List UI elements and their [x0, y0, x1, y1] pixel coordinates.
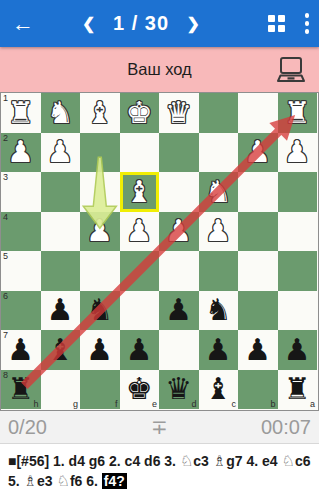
square-e1[interactable]: ♚ — [120, 93, 160, 133]
square-h7[interactable]: 7♟ — [1, 330, 41, 370]
square-c7[interactable]: ♟ — [199, 330, 239, 370]
square-d6[interactable]: ♟ — [159, 291, 199, 331]
square-b1[interactable] — [238, 93, 278, 133]
top-bar-actions — [268, 0, 310, 47]
square-a5[interactable] — [278, 251, 318, 291]
square-e7[interactable]: ♟ — [120, 330, 160, 370]
square-h2[interactable]: 2♟ — [1, 133, 41, 173]
square-f6[interactable]: ♞ — [80, 291, 120, 331]
square-h1[interactable]: 1♜ — [1, 93, 41, 133]
piece-bR-h8[interactable]: ♜ — [7, 374, 34, 404]
square-h5[interactable]: 5 — [1, 251, 41, 291]
square-h8[interactable]: 8h♜ — [1, 370, 41, 410]
move-notation[interactable]: ■[#56] 1. d4 g6 2. c4 d6 3. ♘c3 ♗g7 4. e… — [0, 444, 319, 500]
current-move[interactable]: f4? — [102, 473, 127, 489]
top-bar: ← ❮ 1 / 30 ❯ — [0, 0, 319, 47]
file-label-g: g — [73, 399, 78, 409]
square-d5[interactable] — [159, 251, 199, 291]
square-c5[interactable] — [199, 251, 239, 291]
file-label-e: e — [152, 399, 157, 409]
square-e8[interactable]: e♚ — [120, 370, 160, 410]
figurine: ♗ — [24, 472, 37, 490]
move-text: g7 4. e4 — [226, 453, 281, 469]
square-g2[interactable]: ♟ — [41, 133, 81, 173]
piece-wP-g2[interactable]: ♟ — [47, 137, 74, 167]
square-d7[interactable] — [159, 330, 199, 370]
square-a7[interactable]: ♟ — [278, 330, 318, 370]
square-f7[interactable]: ♟ — [80, 330, 120, 370]
piece-wP-b2[interactable]: ♟ — [244, 137, 271, 167]
status-bar: 0/20 ∓ 00:07 — [0, 411, 319, 444]
rank-label-5: 5 — [3, 251, 8, 261]
square-d1[interactable]: ♛ — [159, 93, 199, 133]
piece-wP-e4[interactable]: ♟ — [126, 216, 153, 246]
square-h4[interactable]: 4 — [1, 212, 41, 252]
score-text: 0/20 — [8, 416, 151, 439]
square-b4[interactable] — [238, 212, 278, 252]
square-f5[interactable] — [80, 251, 120, 291]
square-g4[interactable] — [41, 212, 81, 252]
move-text: f6 6. — [70, 473, 102, 489]
piece-bP-b7[interactable]: ♟ — [244, 335, 271, 365]
rank-label-8: 8 — [3, 370, 8, 380]
piece-bK-e8[interactable]: ♚ — [126, 374, 153, 404]
piece-wN-g1[interactable]: ♞ — [47, 98, 74, 128]
evaluation-symbol: ∓ — [151, 415, 168, 439]
move-text: e3 — [37, 473, 56, 489]
square-d8[interactable]: d♛ — [159, 370, 199, 410]
square-f8[interactable]: f — [80, 370, 120, 410]
timer-text: 00:07 — [168, 416, 311, 439]
square-c4[interactable]: ♟ — [199, 212, 239, 252]
piece-bN-c6[interactable]: ♞ — [205, 295, 232, 325]
square-a4[interactable] — [278, 212, 318, 252]
piece-wP-a2[interactable]: ♟ — [284, 137, 311, 167]
square-h3[interactable]: 3 — [1, 172, 41, 212]
piece-wP-c4[interactable]: ♟ — [205, 216, 232, 246]
figurine: ♘ — [57, 472, 70, 490]
square-a2[interactable]: ♟ — [278, 133, 318, 173]
file-label-f: f — [115, 399, 118, 409]
square-b3[interactable] — [238, 172, 278, 212]
piece-bP-e7[interactable]: ♟ — [126, 335, 153, 365]
figurine: ♘ — [282, 452, 295, 470]
square-a3[interactable] — [278, 172, 318, 212]
piece-bQ-d8[interactable]: ♛ — [165, 374, 192, 404]
piece-wR-a1[interactable]: ♜ — [284, 98, 311, 128]
square-c2[interactable] — [199, 133, 239, 173]
piece-bB-c8[interactable]: ♝ — [205, 374, 232, 404]
turn-bar: Ваш ход — [0, 47, 319, 92]
figurine: ♘ — [180, 452, 193, 470]
square-c3[interactable]: ♞ — [199, 172, 239, 212]
square-d3[interactable] — [159, 172, 199, 212]
piece-bP-f7[interactable]: ♟ — [86, 335, 113, 365]
piece-wP-h2[interactable]: ♟ — [7, 137, 34, 167]
square-b5[interactable] — [238, 251, 278, 291]
piece-wP-d4[interactable]: ♟ — [165, 216, 192, 246]
square-e3[interactable]: ♝ — [120, 172, 160, 212]
piece-bR-a8[interactable]: ♜ — [284, 374, 311, 404]
file-label-c: c — [232, 399, 237, 409]
square-f3[interactable] — [80, 172, 120, 212]
square-g5[interactable] — [41, 251, 81, 291]
piece-wR-h1[interactable]: ♜ — [7, 98, 34, 128]
figurine: ♗ — [213, 452, 226, 470]
square-a1[interactable]: ♜ — [278, 93, 318, 133]
square-a6[interactable] — [278, 291, 318, 331]
piece-bP-a7[interactable]: ♟ — [284, 335, 311, 365]
rank-label-3: 3 — [3, 172, 8, 182]
file-label-b: b — [270, 399, 275, 409]
piece-bP-g6[interactable]: ♟ — [47, 295, 74, 325]
puzzle-navigator: ❮ 1 / 30 ❯ — [82, 0, 200, 47]
square-c8[interactable]: c♝ — [199, 370, 239, 410]
square-e4[interactable]: ♟ — [120, 212, 160, 252]
piece-bP-d6[interactable]: ♟ — [165, 295, 192, 325]
square-b7[interactable]: ♟ — [238, 330, 278, 370]
overflow-menu-icon[interactable] — [305, 13, 310, 34]
piece-wK-e1[interactable]: ♚ — [126, 98, 153, 128]
rank-label-2: 2 — [3, 133, 8, 143]
square-b6[interactable] — [238, 291, 278, 331]
square-c1[interactable] — [199, 93, 239, 133]
turn-label: Ваш ход — [127, 60, 192, 79]
piece-wB-f1[interactable]: ♝ — [86, 98, 113, 128]
square-e2[interactable] — [120, 133, 160, 173]
move-text: ■[#56] 1. d4 g6 2. c4 d6 3. — [8, 453, 180, 469]
rank-label-7: 7 — [3, 330, 8, 340]
square-b2[interactable]: ♟ — [238, 133, 278, 173]
square-h6[interactable]: 6 — [1, 291, 41, 331]
square-g7[interactable]: ♝ — [41, 330, 81, 370]
piece-bB-g7[interactable]: ♝ — [47, 335, 74, 365]
square-b8[interactable]: b — [238, 370, 278, 410]
piece-wN-c3[interactable]: ♞ — [205, 177, 232, 207]
square-g6[interactable]: ♟ — [41, 291, 81, 331]
chevron-right-icon[interactable]: ❯ — [187, 14, 200, 33]
file-label-a: a — [310, 399, 315, 409]
square-f1[interactable]: ♝ — [80, 93, 120, 133]
file-label-h: h — [33, 399, 38, 409]
square-g8[interactable]: g — [41, 370, 81, 410]
chevron-left-icon[interactable]: ❮ — [82, 14, 95, 33]
piece-wB-e3[interactable]: ♝ — [126, 177, 153, 207]
square-a8[interactable]: a♜ — [278, 370, 318, 410]
piece-bP-c7[interactable]: ♟ — [205, 335, 232, 365]
rank-label-6: 6 — [3, 291, 8, 301]
piece-bP-h7[interactable]: ♟ — [7, 335, 34, 365]
square-d4[interactable]: ♟ — [159, 212, 199, 252]
square-e6[interactable] — [120, 291, 160, 331]
square-f4[interactable]: ♟ — [80, 212, 120, 252]
puzzle-counter: 1 / 30 — [113, 12, 169, 35]
laptop-icon[interactable] — [274, 54, 308, 85]
rank-label-4: 4 — [3, 212, 8, 222]
back-icon[interactable]: ← — [12, 13, 34, 35]
rank-label-1: 1 — [3, 93, 8, 103]
board-grid: 1♜♞♝♚♛♜2♟♟♟♟3♝♞4♟♟♟♟56♟♞♟♞7♟♝♟♟♟♟♟8h♜gfe… — [1, 93, 318, 410]
chess-board: 1♜♞♝♚♛♜2♟♟♟♟3♝♞4♟♟♟♟56♟♞♟♞7♟♝♟♟♟♟♟8h♜gfe… — [0, 92, 319, 411]
square-f2[interactable] — [80, 133, 120, 173]
piece-wP-f4[interactable]: ♟ — [86, 216, 113, 246]
file-label-d: d — [191, 399, 196, 409]
grid-icon[interactable] — [268, 15, 285, 32]
square-e5[interactable] — [120, 251, 160, 291]
chess-app-screen: ← ❮ 1 / 30 ❯ Ваш ход 1♜♞♝♚♛♜2♟♟♟♟3♝♞4♟♟♟… — [0, 0, 319, 500]
square-g3[interactable] — [41, 172, 81, 212]
square-d2[interactable] — [159, 133, 199, 173]
square-g1[interactable]: ♞ — [41, 93, 81, 133]
square-c6[interactable]: ♞ — [199, 291, 239, 331]
move-text: c3 — [193, 453, 212, 469]
piece-wQ-d1[interactable]: ♛ — [165, 98, 192, 128]
piece-bN-f6[interactable]: ♞ — [86, 295, 113, 325]
